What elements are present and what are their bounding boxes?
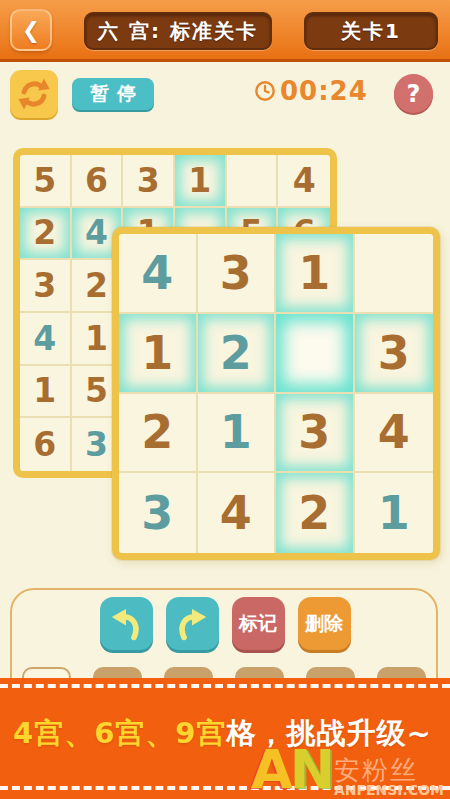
redo-button[interactable] bbox=[166, 597, 219, 650]
refresh-icon bbox=[17, 77, 51, 111]
timer-value: 00:24 bbox=[280, 76, 368, 106]
watermark-letter-a: A bbox=[251, 743, 290, 797]
cell-r3c1[interactable]: 2 bbox=[119, 394, 198, 474]
back-button[interactable]: ❮ bbox=[10, 9, 52, 51]
delete-button[interactable]: 删除 bbox=[298, 597, 351, 650]
cell-r4c4[interactable]: 1 bbox=[355, 473, 434, 553]
cell-r4c1[interactable]: 3 bbox=[119, 473, 198, 553]
board-4x4-foreground: 43112321343421 bbox=[112, 227, 440, 560]
cell-r1c2[interactable]: 3 bbox=[198, 234, 277, 314]
page-title: 六 宫: 标准关卡 bbox=[84, 12, 272, 50]
cell-r1c3[interactable]: 3 bbox=[123, 155, 175, 208]
restart-button[interactable] bbox=[10, 70, 58, 118]
cell-r3c4[interactable]: 4 bbox=[355, 394, 434, 474]
watermark-name: 安粉丝 bbox=[334, 757, 444, 783]
cell-r5c1[interactable]: 1 bbox=[20, 366, 72, 419]
cell-r2c4[interactable]: 3 bbox=[355, 314, 434, 394]
cell-r1c6[interactable]: 4 bbox=[278, 155, 330, 208]
cell-r1c4[interactable]: 1 bbox=[175, 155, 227, 208]
clock-icon bbox=[254, 80, 276, 102]
timer: 00:24 bbox=[254, 78, 368, 104]
undo-arrow-icon bbox=[107, 605, 145, 643]
mark-button[interactable]: 标记 bbox=[232, 597, 285, 650]
header-bar: ❮ 六 宫: 标准关卡 关卡1 bbox=[0, 0, 450, 62]
cell-r4c2[interactable]: 4 bbox=[198, 473, 277, 553]
help-button[interactable]: ? bbox=[394, 74, 433, 113]
pause-button[interactable]: 暂停 bbox=[72, 78, 154, 110]
cell-r1c1[interactable]: 4 bbox=[119, 234, 198, 314]
cell-r1c5[interactable] bbox=[227, 155, 279, 208]
undo-button[interactable] bbox=[100, 597, 153, 650]
watermark-site: ANFENSI.COM bbox=[334, 783, 444, 797]
cell-r1c1[interactable]: 5 bbox=[20, 155, 72, 208]
cell-r4c1[interactable]: 4 bbox=[20, 313, 72, 366]
banner-dashed-border-top bbox=[0, 684, 450, 688]
watermark-letter-n: N bbox=[290, 743, 332, 797]
cell-r6c1[interactable]: 6 bbox=[20, 418, 72, 471]
cell-r3c3[interactable]: 3 bbox=[276, 394, 355, 474]
cell-r3c1[interactable]: 3 bbox=[20, 260, 72, 313]
redo-arrow-icon bbox=[173, 605, 211, 643]
action-button-row: 标记 删除 bbox=[0, 597, 450, 650]
level-badge: 关卡1 bbox=[304, 12, 438, 50]
cell-r1c2[interactable]: 6 bbox=[72, 155, 124, 208]
cell-r2c3[interactable] bbox=[276, 314, 355, 394]
cell-r2c2[interactable]: 2 bbox=[198, 314, 277, 394]
promo-banner[interactable]: 4宫、6宫、9宫格，挑战升级~ A N 安粉丝 ANFENSI.COM bbox=[0, 678, 450, 799]
cell-r1c3[interactable]: 1 bbox=[276, 234, 355, 314]
banner-text-highlight: 4宫、6宫、9宫 bbox=[13, 716, 227, 750]
watermark: A N 安粉丝 ANFENSI.COM bbox=[251, 743, 444, 797]
cell-r2c1[interactable]: 1 bbox=[119, 314, 198, 394]
cell-r4c3[interactable]: 2 bbox=[276, 473, 355, 553]
cell-r3c2[interactable]: 1 bbox=[198, 394, 277, 474]
cell-r2c1[interactable]: 2 bbox=[20, 208, 72, 261]
sudoku-game-screen: ❮ 六 宫: 标准关卡 关卡1 暂停 00:24 ? 5631424156324… bbox=[0, 0, 450, 799]
cell-r1c4[interactable] bbox=[355, 234, 434, 314]
